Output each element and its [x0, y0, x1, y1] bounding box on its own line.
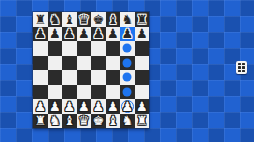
square-d1[interactable]: ♛ — [77, 114, 92, 129]
white-pawn-g2[interactable]: ♟ — [121, 100, 133, 113]
square-h4[interactable] — [135, 70, 150, 85]
move-hint-dot[interactable] — [123, 58, 132, 67]
square-e2[interactable]: ♟ — [91, 99, 106, 114]
black-bishop-c8[interactable]: ♝ — [63, 13, 75, 26]
die-pip — [238, 70, 241, 72]
square-g4[interactable] — [120, 70, 135, 85]
square-c2[interactable]: ♟ — [62, 99, 77, 114]
square-b1[interactable]: ♞ — [48, 114, 63, 129]
square-f8[interactable]: ♝ — [106, 12, 121, 27]
square-c6[interactable] — [62, 41, 77, 56]
black-queen-d8[interactable]: ♛ — [78, 13, 90, 26]
square-d5[interactable] — [77, 56, 92, 71]
white-pawn-b2[interactable]: ♟ — [49, 100, 61, 113]
white-pawn-c2[interactable]: ♟ — [63, 100, 75, 113]
square-h8[interactable]: ♜ — [135, 12, 150, 27]
white-king-e1[interactable]: ♚ — [92, 114, 104, 127]
black-pawn-d7[interactable]: ♟ — [78, 27, 90, 40]
square-c5[interactable] — [62, 56, 77, 71]
white-bishop-f1[interactable]: ♝ — [107, 114, 119, 127]
die-pip — [238, 63, 241, 65]
black-pawn-f7[interactable]: ♟ — [107, 27, 119, 40]
square-h5[interactable] — [135, 56, 150, 71]
die-pip — [242, 70, 245, 72]
square-b8[interactable]: ♞ — [48, 12, 63, 27]
move-hint-dot[interactable] — [123, 44, 132, 53]
square-c3[interactable] — [62, 85, 77, 100]
square-a4[interactable] — [33, 70, 48, 85]
square-g3[interactable] — [120, 85, 135, 100]
square-h1[interactable]: ♜ — [135, 114, 150, 129]
chess-board: ♜♞♝♛♚♝♞♜♟♟♟♟♟♟♟♟♟♟♟♟♟♟♟♟♜♞♝♛♚♝♞♜ — [33, 12, 149, 128]
square-h7[interactable]: ♟ — [135, 27, 150, 42]
die-pip — [242, 66, 245, 68]
black-king-e8[interactable]: ♚ — [92, 13, 104, 26]
square-d8[interactable]: ♛ — [77, 12, 92, 27]
square-f3[interactable] — [106, 85, 121, 100]
white-bishop-c1[interactable]: ♝ — [63, 114, 75, 127]
square-d6[interactable] — [77, 41, 92, 56]
white-pawn-a2[interactable]: ♟ — [34, 100, 46, 113]
square-e8[interactable]: ♚ — [91, 12, 106, 27]
square-d3[interactable] — [77, 85, 92, 100]
white-pawn-f2[interactable]: ♟ — [107, 100, 119, 113]
square-b2[interactable]: ♟ — [48, 99, 63, 114]
square-g6[interactable] — [120, 41, 135, 56]
square-e6[interactable] — [91, 41, 106, 56]
white-pawn-h2[interactable]: ♟ — [136, 100, 148, 113]
square-f5[interactable] — [106, 56, 121, 71]
white-pawn-d2[interactable]: ♟ — [78, 100, 90, 113]
square-a7[interactable]: ♟ — [33, 27, 48, 42]
square-a8[interactable]: ♜ — [33, 12, 48, 27]
square-a1[interactable]: ♜ — [33, 114, 48, 129]
square-f7[interactable]: ♟ — [106, 27, 121, 42]
black-pawn-b7[interactable]: ♟ — [49, 27, 61, 40]
black-pawn-a7[interactable]: ♟ — [34, 27, 46, 40]
square-b6[interactable] — [48, 41, 63, 56]
square-g8[interactable]: ♞ — [120, 12, 135, 27]
black-knight-g8[interactable]: ♞ — [121, 13, 133, 26]
square-c8[interactable]: ♝ — [62, 12, 77, 27]
square-a6[interactable] — [33, 41, 48, 56]
move-hint-dot[interactable] — [123, 87, 132, 96]
square-b3[interactable] — [48, 85, 63, 100]
square-d2[interactable]: ♟ — [77, 99, 92, 114]
white-knight-b1[interactable]: ♞ — [49, 114, 61, 127]
square-e3[interactable] — [91, 85, 106, 100]
square-c1[interactable]: ♝ — [62, 114, 77, 129]
die-pip — [238, 66, 241, 68]
black-pawn-e7[interactable]: ♟ — [92, 27, 104, 40]
square-g2[interactable]: ♟ — [120, 99, 135, 114]
square-e4[interactable] — [91, 70, 106, 85]
square-f2[interactable]: ♟ — [106, 99, 121, 114]
square-h2[interactable]: ♟ — [135, 99, 150, 114]
black-knight-b8[interactable]: ♞ — [49, 13, 61, 26]
white-knight-g1[interactable]: ♞ — [121, 114, 133, 127]
white-pawn-e2[interactable]: ♟ — [92, 100, 104, 113]
die-six-icon[interactable] — [236, 61, 247, 74]
square-g7[interactable]: ♟ — [120, 27, 135, 42]
square-b7[interactable]: ♟ — [48, 27, 63, 42]
black-pawn-h7[interactable]: ♟ — [136, 27, 148, 40]
square-g5[interactable] — [120, 56, 135, 71]
black-rook-h8[interactable]: ♜ — [136, 13, 148, 26]
white-rook-a1[interactable]: ♜ — [34, 114, 46, 127]
black-pawn-c7[interactable]: ♟ — [63, 27, 75, 40]
square-f1[interactable]: ♝ — [106, 114, 121, 129]
square-c7[interactable]: ♟ — [62, 27, 77, 42]
square-h6[interactable] — [135, 41, 150, 56]
white-rook-h1[interactable]: ♜ — [136, 114, 148, 127]
square-e7[interactable]: ♟ — [91, 27, 106, 42]
square-a3[interactable] — [33, 85, 48, 100]
square-f6[interactable] — [106, 41, 121, 56]
move-hint-dot[interactable] — [123, 73, 132, 82]
square-d7[interactable]: ♟ — [77, 27, 92, 42]
black-pawn-g7[interactable]: ♟ — [121, 27, 133, 40]
square-d4[interactable] — [77, 70, 92, 85]
square-a5[interactable] — [33, 56, 48, 71]
die-pip — [242, 63, 245, 65]
square-e1[interactable]: ♚ — [91, 114, 106, 129]
black-bishop-f8[interactable]: ♝ — [107, 13, 119, 26]
square-b4[interactable] — [48, 70, 63, 85]
square-f4[interactable] — [106, 70, 121, 85]
square-c4[interactable] — [62, 70, 77, 85]
black-rook-a8[interactable]: ♜ — [34, 13, 46, 26]
white-queen-d1[interactable]: ♛ — [78, 114, 90, 127]
square-g1[interactable]: ♞ — [120, 114, 135, 129]
square-h3[interactable] — [135, 85, 150, 100]
square-a2[interactable]: ♟ — [33, 99, 48, 114]
square-b5[interactable] — [48, 56, 63, 71]
square-e5[interactable] — [91, 56, 106, 71]
